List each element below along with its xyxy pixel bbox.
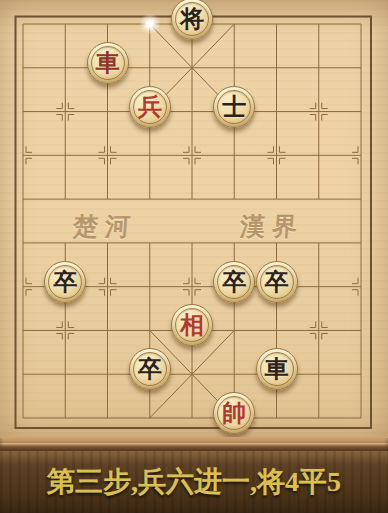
intersection-3-6[interactable] [129,265,171,309]
piece-black-pawn[interactable]: 卒 [129,348,171,390]
intersection-5-8[interactable] [213,352,255,396]
intersection-0-9[interactable] [2,396,44,440]
intersection-3-4[interactable] [129,177,171,221]
intersection-8-9[interactable] [340,396,382,440]
intersection-0-6[interactable] [2,265,44,309]
intersection-1-1[interactable] [44,46,86,90]
intersection-5-2[interactable]: 士 [213,90,255,134]
intersection-2-3[interactable] [86,133,128,177]
intersection-8-1[interactable] [340,46,382,90]
intersection-3-0[interactable]: ✦ [129,2,171,46]
intersection-6-0[interactable] [255,2,297,46]
last-move-marker: ✦ [139,13,161,35]
intersection-4-5[interactable] [171,221,213,265]
intersection-4-8[interactable] [171,352,213,396]
intersection-7-9[interactable] [298,396,340,440]
board-grid: ✦将車兵士卒卒卒相卒車帥 [2,2,382,440]
intersection-4-4[interactable] [171,177,213,221]
intersection-2-8[interactable] [86,352,128,396]
intersection-4-2[interactable] [171,90,213,134]
intersection-4-1[interactable] [171,46,213,90]
intersection-1-4[interactable] [44,177,86,221]
intersection-7-1[interactable] [298,46,340,90]
intersection-2-5[interactable] [86,221,128,265]
intersection-2-2[interactable] [86,90,128,134]
intersection-6-1[interactable] [255,46,297,90]
intersection-1-6[interactable]: 卒 [44,265,86,309]
intersection-5-0[interactable] [213,2,255,46]
intersection-3-3[interactable] [129,133,171,177]
intersection-2-7[interactable] [86,308,128,352]
intersection-6-5[interactable] [255,221,297,265]
intersection-1-2[interactable] [44,90,86,134]
intersection-7-4[interactable] [298,177,340,221]
piece-glyph: 兵 [138,87,162,127]
piece-red-elephant[interactable]: 相 [171,304,213,346]
intersection-6-3[interactable] [255,133,297,177]
intersection-8-3[interactable] [340,133,382,177]
piece-glyph: 士 [222,87,246,127]
intersection-2-1[interactable]: 車 [86,46,128,90]
intersection-0-8[interactable] [2,352,44,396]
intersection-8-7[interactable] [340,308,382,352]
intersection-7-7[interactable] [298,308,340,352]
intersection-5-7[interactable] [213,308,255,352]
piece-glyph: 車 [265,349,289,389]
piece-red-pawn[interactable]: 兵 [129,86,171,128]
intersection-1-8[interactable] [44,352,86,396]
piece-red-chariot[interactable]: 車 [87,42,129,84]
intersection-6-4[interactable] [255,177,297,221]
intersection-8-8[interactable] [340,352,382,396]
intersection-8-2[interactable] [340,90,382,134]
intersection-8-5[interactable] [340,221,382,265]
intersection-8-4[interactable] [340,177,382,221]
board-front-edge [0,437,388,452]
intersection-0-3[interactable] [2,133,44,177]
piece-glyph: 卒 [53,262,77,302]
xiangqi-board: 楚河 漢界 ✦将車兵士卒卒卒相卒車帥 [0,0,388,437]
piece-black-chariot[interactable]: 車 [256,348,298,390]
intersection-7-3[interactable] [298,133,340,177]
piece-glyph: 卒 [265,262,289,302]
sparkle-icon: ✦ [145,18,155,30]
intersection-0-4[interactable] [2,177,44,221]
piece-glyph: 卒 [222,262,246,302]
intersection-7-8[interactable] [298,352,340,396]
intersection-3-8[interactable]: 卒 [129,352,171,396]
move-caption: 第三步,兵六进一,将4平5 [47,463,341,501]
intersection-5-3[interactable] [213,133,255,177]
piece-black-pawn[interactable]: 卒 [256,261,298,303]
intersection-4-9[interactable] [171,396,213,440]
intersection-2-6[interactable] [86,265,128,309]
intersection-2-9[interactable] [86,396,128,440]
intersection-7-5[interactable] [298,221,340,265]
intersection-8-6[interactable] [340,265,382,309]
move-caption-bar: 第三步,兵六进一,将4平5 [0,451,388,513]
intersection-4-7[interactable]: 相 [171,308,213,352]
intersection-4-3[interactable] [171,133,213,177]
intersection-1-0[interactable] [44,2,86,46]
piece-glyph: 帥 [222,393,246,433]
intersection-5-4[interactable] [213,177,255,221]
intersection-1-9[interactable] [44,396,86,440]
intersection-5-5[interactable] [213,221,255,265]
intersection-0-7[interactable] [2,308,44,352]
intersection-5-6[interactable]: 卒 [213,265,255,309]
intersection-6-7[interactable] [255,308,297,352]
intersection-2-4[interactable] [86,177,128,221]
piece-black-advisor[interactable]: 士 [213,86,255,128]
intersection-3-9[interactable] [129,396,171,440]
intersection-0-0[interactable] [2,2,44,46]
intersection-1-3[interactable] [44,133,86,177]
intersection-6-9[interactable] [255,396,297,440]
intersection-1-7[interactable] [44,308,86,352]
intersection-6-2[interactable] [255,90,297,134]
intersection-3-2[interactable]: 兵 [129,90,171,134]
intersection-7-0[interactable] [298,2,340,46]
intersection-6-8[interactable]: 車 [255,352,297,396]
intersection-5-1[interactable] [213,46,255,90]
intersection-4-6[interactable] [171,265,213,309]
piece-black-pawn[interactable]: 卒 [44,261,86,303]
intersection-0-5[interactable] [2,221,44,265]
intersection-0-1[interactable] [2,46,44,90]
intersection-0-2[interactable] [2,90,44,134]
intersection-6-6[interactable]: 卒 [255,265,297,309]
piece-glyph: 相 [180,305,204,345]
intersection-2-0[interactable] [86,2,128,46]
piece-glyph: 卒 [138,349,162,389]
piece-black-general[interactable]: 将 [171,0,213,40]
piece-glyph: 車 [96,43,120,83]
intersection-3-5[interactable] [129,221,171,265]
intersection-3-1[interactable] [129,46,171,90]
piece-red-general[interactable]: 帥 [213,392,255,434]
intersection-8-0[interactable] [340,2,382,46]
intersection-7-6[interactable] [298,265,340,309]
intersection-7-2[interactable] [298,90,340,134]
intersection-4-0[interactable]: 将 [171,2,213,46]
xiangqi-app: 楚河 漢界 ✦将車兵士卒卒卒相卒車帥 第三步,兵六进一,将4平5 [0,0,388,513]
intersection-5-9[interactable]: 帥 [213,396,255,440]
piece-glyph: 将 [180,0,204,39]
piece-black-pawn[interactable]: 卒 [213,261,255,303]
intersection-3-7[interactable] [129,308,171,352]
intersection-1-5[interactable] [44,221,86,265]
